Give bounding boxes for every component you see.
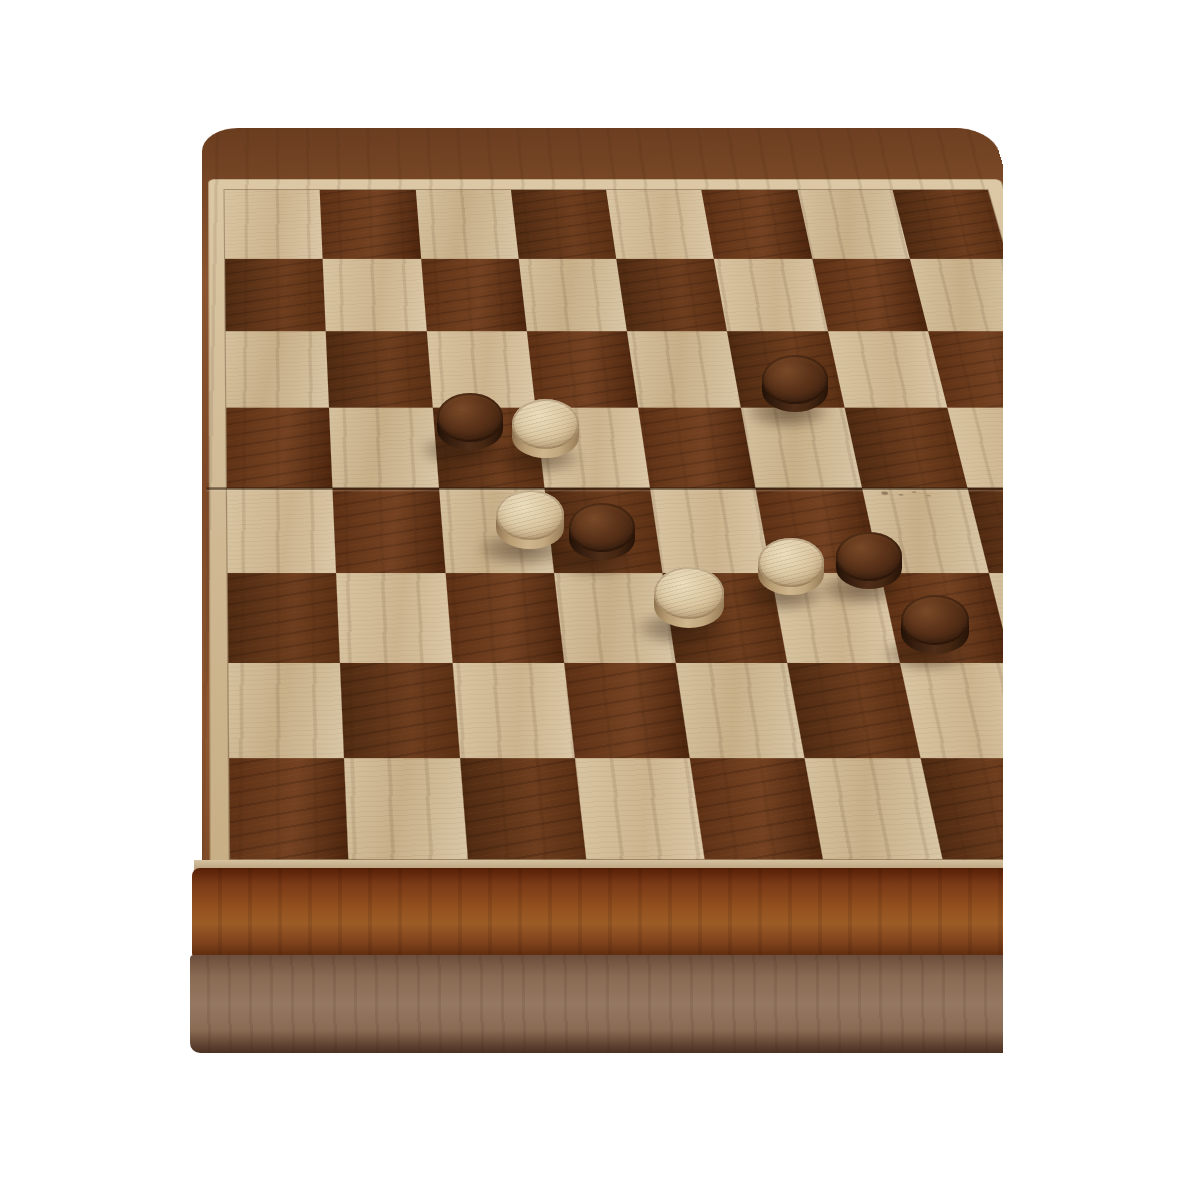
checker-piece-light[interactable]: [619, 561, 759, 668]
checker-piece-light[interactable]: [478, 393, 612, 497]
checker-piece-dark[interactable]: [867, 589, 1003, 693]
checker-piece-dark[interactable]: [729, 349, 861, 451]
pieces-layer: [0, 0, 1003, 1200]
photo-stage: [0, 0, 1003, 1200]
